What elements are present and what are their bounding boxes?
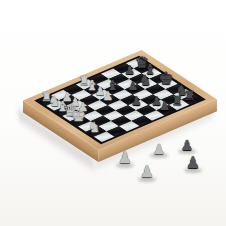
chess-set-photo: ♛♝♚♞♜♟♞♜♟♟♟♝♟♜♝♟♟♟♟♟♜♞♝♛♚♞ ♟♟♟♟♟ — [0, 0, 226, 226]
captured-silver-pawn: ♟ — [153, 142, 166, 156]
captured-dark-pawn: ♟ — [186, 155, 200, 171]
captured-dark-pawn: ♟ — [181, 138, 194, 152]
captured-silver-pawn: ♟ — [118, 150, 132, 166]
captured-silver-pawn: ♟ — [140, 164, 154, 180]
